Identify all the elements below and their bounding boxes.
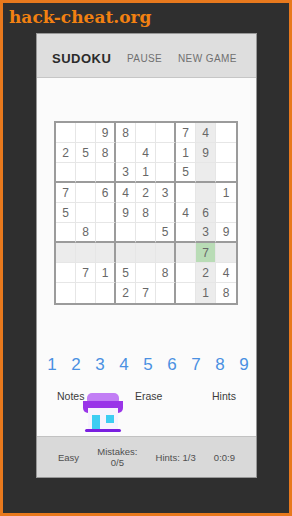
sudoku-cell-r9c6[interactable]	[156, 283, 176, 303]
sudoku-cell-r7c2[interactable]	[76, 243, 96, 263]
sudoku-cell-r9c4[interactable]: 2	[116, 283, 136, 303]
new-game-button[interactable]: NEW GAME	[178, 53, 237, 64]
sudoku-cell-r3c7[interactable]: 5	[176, 163, 196, 183]
sudoku-cell-r2c3[interactable]: 8	[96, 143, 116, 163]
sudoku-cell-r2c6[interactable]	[156, 143, 176, 163]
sudoku-cell-r8c6[interactable]: 8	[156, 263, 176, 283]
sudoku-cell-r3c1[interactable]	[56, 163, 76, 183]
sudoku-cell-r1c4[interactable]: 8	[116, 123, 136, 143]
numpad-2[interactable]: 2	[70, 355, 82, 375]
sudoku-cell-r1c6[interactable]	[156, 123, 176, 143]
sudoku-cell-r1c9[interactable]	[216, 123, 236, 143]
sudoku-cell-r4c6[interactable]: 3	[156, 183, 176, 203]
sudoku-cell-r1c8[interactable]: 4	[196, 123, 216, 143]
sudoku-cell-r9c1[interactable]	[56, 283, 76, 303]
sudoku-cell-r7c4[interactable]	[116, 243, 136, 263]
sudoku-cell-r7c5[interactable]	[136, 243, 156, 263]
sudoku-cell-r2c9[interactable]	[216, 143, 236, 163]
sudoku-cell-r2c2[interactable]: 5	[76, 143, 96, 163]
sudoku-cell-r9c5[interactable]: 7	[136, 283, 156, 303]
app-title: SUDOKU	[52, 51, 111, 66]
sudoku-cell-r3c4[interactable]: 3	[116, 163, 136, 183]
sudoku-cell-r6c2[interactable]: 8	[76, 223, 96, 243]
sudoku-cell-r6c3[interactable]	[96, 223, 116, 243]
sudoku-cell-r7c7[interactable]	[176, 243, 196, 263]
sudoku-cell-r8c3[interactable]: 1	[96, 263, 116, 283]
sudoku-cell-r9c9[interactable]: 8	[216, 283, 236, 303]
sudoku-cell-r9c2[interactable]	[76, 283, 96, 303]
sudoku-cell-r4c3[interactable]: 6	[96, 183, 116, 203]
sudoku-cell-r5c2[interactable]	[76, 203, 96, 223]
sudoku-cell-r2c1[interactable]: 2	[56, 143, 76, 163]
page-background: hack-cheat.org SUDOKU PAUSE NEW GAME 987…	[0, 0, 292, 516]
sudoku-cell-r1c7[interactable]: 7	[176, 123, 196, 143]
sudoku-cell-r3c9[interactable]	[216, 163, 236, 183]
sudoku-cell-r4c1[interactable]: 7	[56, 183, 76, 203]
pause-button[interactable]: PAUSE	[127, 53, 162, 64]
numpad-1[interactable]: 1	[46, 355, 58, 375]
sudoku-cell-r7c1[interactable]	[56, 243, 76, 263]
sudoku-cell-r4c5[interactable]: 2	[136, 183, 156, 203]
sudoku-cell-r5c7[interactable]: 4	[176, 203, 196, 223]
sudoku-cell-r5c8[interactable]: 6	[196, 203, 216, 223]
sudoku-cell-r1c2[interactable]	[76, 123, 96, 143]
sudoku-cell-r2c4[interactable]	[116, 143, 136, 163]
watermark: hack-cheat.org	[9, 7, 151, 27]
sudoku-cell-r7c3[interactable]	[96, 243, 116, 263]
hints-button[interactable]: Hints	[212, 390, 236, 402]
sudoku-cell-r8c9[interactable]: 4	[216, 263, 236, 283]
sudoku-cell-r6c5[interactable]	[136, 223, 156, 243]
sudoku-cell-r6c6[interactable]: 5	[156, 223, 176, 243]
sudoku-cell-r2c5[interactable]: 4	[136, 143, 156, 163]
sudoku-cell-r8c5[interactable]	[136, 263, 156, 283]
sudoku-cell-r2c8[interactable]: 9	[196, 143, 216, 163]
sudoku-cell-r4c2[interactable]	[76, 183, 96, 203]
mistakes-value: 0/5	[97, 457, 137, 468]
sudoku-cell-r3c6[interactable]	[156, 163, 176, 183]
status-bar: Easy Mistakes: 0/5 Hints: 1/3 0:0:9	[37, 436, 256, 477]
sudoku-cell-r8c8[interactable]: 2	[196, 263, 216, 283]
sudoku-cell-r3c2[interactable]	[76, 163, 96, 183]
mistakes-counter: Mistakes: 0/5	[97, 446, 137, 468]
hints-counter: Hints: 1/3	[156, 452, 196, 463]
sudoku-cell-r5c3[interactable]	[96, 203, 116, 223]
erase-button[interactable]: Erase	[135, 390, 162, 402]
sudoku-cell-r6c1[interactable]	[56, 223, 76, 243]
sudoku-cell-r9c3[interactable]	[96, 283, 116, 303]
sudoku-cell-r6c7[interactable]	[176, 223, 196, 243]
app-header: SUDOKU PAUSE NEW GAME	[37, 34, 256, 78]
sudoku-cell-r8c4[interactable]: 5	[116, 263, 136, 283]
difficulty-label: Easy	[58, 452, 79, 463]
sudoku-cell-r4c4[interactable]: 4	[116, 183, 136, 203]
sudoku-cell-r5c9[interactable]	[216, 203, 236, 223]
sudoku-cell-r3c8[interactable]	[196, 163, 216, 183]
mistakes-label: Mistakes:	[97, 446, 137, 457]
sudoku-cell-r5c1[interactable]: 5	[56, 203, 76, 223]
sudoku-cell-r4c8[interactable]	[196, 183, 216, 203]
timer: 0:0:9	[214, 452, 235, 463]
sudoku-cell-r9c8[interactable]: 1	[196, 283, 216, 303]
sudoku-cell-r4c9[interactable]: 1	[216, 183, 236, 203]
sudoku-cell-r3c3[interactable]	[96, 163, 116, 183]
sudoku-cell-r5c6[interactable]	[156, 203, 176, 223]
sudoku-cell-r8c2[interactable]: 7	[76, 263, 96, 283]
sudoku-cell-r5c4[interactable]: 9	[116, 203, 136, 223]
sudoku-cell-r3c5[interactable]: 1	[136, 163, 156, 183]
numpad-8[interactable]: 8	[214, 355, 226, 375]
sudoku-cell-r7c6[interactable]	[156, 243, 176, 263]
sudoku-cell-r7c8[interactable]: 7	[196, 243, 216, 263]
sudoku-board: 987425841931576423159846853977158242718	[54, 121, 238, 305]
sudoku-cell-r1c1[interactable]	[56, 123, 76, 143]
numpad-6[interactable]: 6	[166, 355, 178, 375]
sudoku-cell-r1c5[interactable]	[136, 123, 156, 143]
sudoku-cell-r6c8[interactable]: 3	[196, 223, 216, 243]
numpad-7[interactable]: 7	[190, 355, 202, 375]
number-pad: 123456789	[46, 355, 250, 375]
shop-icon[interactable]	[80, 392, 126, 437]
sudoku-cell-r8c1[interactable]	[56, 263, 76, 283]
numpad-9[interactable]: 9	[238, 355, 250, 375]
numpad-4[interactable]: 4	[118, 355, 130, 375]
sudoku-cell-r7c9[interactable]	[216, 243, 236, 263]
sudoku-cell-r1c3[interactable]: 9	[96, 123, 116, 143]
sudoku-app-panel: SUDOKU PAUSE NEW GAME 987425841931576423…	[36, 33, 257, 478]
numpad-3[interactable]: 3	[94, 355, 106, 375]
sudoku-cell-r4c7[interactable]	[176, 183, 196, 203]
numpad-5[interactable]: 5	[142, 355, 154, 375]
sudoku-cell-r6c4[interactable]	[116, 223, 136, 243]
sudoku-cell-r2c7[interactable]: 1	[176, 143, 196, 163]
sudoku-cell-r5c5[interactable]: 8	[136, 203, 156, 223]
sudoku-cell-r9c7[interactable]	[176, 283, 196, 303]
sudoku-cell-r8c7[interactable]	[176, 263, 196, 283]
sudoku-cell-r6c9[interactable]: 9	[216, 223, 236, 243]
